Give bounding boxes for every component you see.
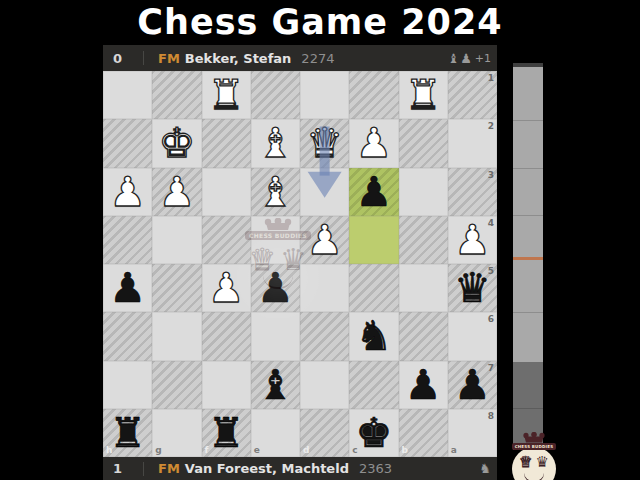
material-top: ♝♟+1 (447, 52, 491, 65)
eval-gridline (513, 168, 543, 169)
file-label-b: b (402, 445, 408, 455)
square-c1[interactable] (349, 71, 398, 119)
square-c7[interactable] (349, 361, 398, 409)
bar-divider (143, 51, 144, 65)
eval-bar-cap (513, 63, 543, 67)
file-label-a: a (451, 445, 457, 455)
square-b5[interactable] (399, 264, 448, 312)
square-d4[interactable]: ♟ (300, 216, 349, 264)
square-h7[interactable] (103, 361, 152, 409)
player-bottom-rating: 2363 (359, 461, 392, 476)
square-d2[interactable]: ♛ (300, 119, 349, 167)
square-c2[interactable]: ♟ (349, 119, 398, 167)
square-e1[interactable] (251, 71, 300, 119)
eval-gridline (513, 408, 543, 409)
square-g7[interactable] (152, 361, 201, 409)
square-d8[interactable]: d (300, 409, 349, 457)
file-label-d: d (303, 445, 309, 455)
logo-text: CHESS BUDDIES (512, 443, 556, 450)
square-a4[interactable]: ♟4 (448, 216, 497, 264)
player-bottom-fide-title: FM (158, 461, 180, 476)
square-a8[interactable]: a8 (448, 409, 497, 457)
square-h4[interactable] (103, 216, 152, 264)
white-bishop[interactable]: ♝ (251, 119, 300, 167)
square-h5[interactable]: ♟ (103, 264, 152, 312)
black-queen-icon: ♛ (536, 453, 549, 471)
eval-bar (513, 63, 543, 450)
rank-label-6: 6 (488, 314, 494, 324)
white-king[interactable]: ♚ (152, 119, 201, 167)
square-d3[interactable] (300, 168, 349, 216)
eval-gridline (513, 312, 543, 313)
square-h3[interactable]: ♟ (103, 168, 152, 216)
captured-bishop-icon: ♝ (447, 52, 459, 65)
white-queen[interactable]: ♛ (300, 119, 349, 167)
square-e8[interactable]: e (251, 409, 300, 457)
square-d7[interactable] (300, 361, 349, 409)
square-b8[interactable]: b (399, 409, 448, 457)
square-h8[interactable]: ♜h (103, 409, 152, 457)
white-pawn[interactable]: ♟ (152, 168, 201, 216)
square-b4[interactable] (399, 216, 448, 264)
square-f8[interactable]: ♜f (202, 409, 251, 457)
chess-board[interactable]: ♜♜1♚♝♛♟2♟♟♝♟3♟♟4♟♟♟♛5♞6♝♟♟7♜hg♜fed♚cba8 (103, 71, 497, 457)
square-f1[interactable]: ♜ (202, 71, 251, 119)
player-bar-bottom: 1 FM Van Foreest, Machteld 2363 ♞ (103, 457, 497, 480)
white-pawn[interactable]: ♟ (448, 216, 497, 264)
player-top-rating: 2274 (301, 51, 334, 66)
white-pawn[interactable]: ♟ (300, 216, 349, 264)
square-b1[interactable]: ♜ (399, 71, 448, 119)
square-a2[interactable]: 2 (448, 119, 497, 167)
square-f5[interactable]: ♟ (202, 264, 251, 312)
material-bottom: ♞ (479, 462, 491, 475)
square-e5[interactable]: ♟ (251, 264, 300, 312)
white-pawn[interactable]: ♟ (349, 119, 398, 167)
logo-queens: ♛ ♛ (512, 453, 556, 471)
player-top-name[interactable]: Bekker, Stefan (185, 51, 292, 66)
square-h6[interactable] (103, 312, 152, 360)
black-pawn[interactable]: ♟ (103, 264, 152, 312)
smile-icon (524, 473, 544, 480)
square-a6[interactable]: 6 (448, 312, 497, 360)
bar-divider (143, 462, 144, 476)
black-knight[interactable]: ♞ (349, 312, 398, 360)
black-pawn[interactable]: ♟ (399, 361, 448, 409)
square-g6[interactable] (152, 312, 201, 360)
rank-label-8: 8 (488, 411, 494, 421)
rank-label-2: 2 (488, 121, 494, 131)
square-b3[interactable] (399, 168, 448, 216)
white-queen-icon: ♛ (519, 453, 532, 471)
player-bottom-score: 1 (113, 461, 129, 476)
eval-marker (513, 257, 543, 260)
square-a3[interactable]: 3 (448, 168, 497, 216)
black-king[interactable]: ♚ (349, 409, 398, 457)
square-e4[interactable] (251, 216, 300, 264)
square-c3[interactable]: ♟ (349, 168, 398, 216)
white-pawn[interactable]: ♟ (202, 264, 251, 312)
square-c8[interactable]: ♚c (349, 409, 398, 457)
square-g1[interactable] (152, 71, 201, 119)
black-pawn[interactable]: ♟ (349, 168, 398, 216)
square-f7[interactable] (202, 361, 251, 409)
white-rook[interactable]: ♜ (202, 71, 251, 119)
captured-pawn-icon: ♟ (460, 52, 472, 65)
square-a5[interactable]: ♛5 (448, 264, 497, 312)
square-e7[interactable]: ♝ (251, 361, 300, 409)
square-g5[interactable] (152, 264, 201, 312)
square-f4[interactable] (202, 216, 251, 264)
square-h1[interactable] (103, 71, 152, 119)
file-label-g: g (155, 445, 161, 455)
square-b6[interactable] (399, 312, 448, 360)
square-a1[interactable]: 1 (448, 71, 497, 119)
captured-knight-icon: ♞ (479, 462, 491, 475)
rank-label-3: 3 (488, 170, 494, 180)
chess-buddies-logo: CHESS BUDDIES ♛ ♛ (508, 430, 560, 480)
rank-label-1: 1 (488, 73, 494, 83)
black-pawn[interactable]: ♟ (251, 264, 300, 312)
square-f6[interactable] (202, 312, 251, 360)
square-b7[interactable]: ♟ (399, 361, 448, 409)
player-top-score: 0 (113, 51, 129, 66)
eval-gridline (513, 120, 543, 121)
player-bottom-name[interactable]: Van Foreest, Machteld (185, 461, 349, 476)
square-g4[interactable] (152, 216, 201, 264)
square-e6[interactable] (251, 312, 300, 360)
black-pawn[interactable]: ♟ (448, 361, 497, 409)
square-f3[interactable] (202, 168, 251, 216)
square-d6[interactable] (300, 312, 349, 360)
logo-badge: ♛ ♛ (512, 447, 556, 480)
square-b2[interactable] (399, 119, 448, 167)
square-f2[interactable] (202, 119, 251, 167)
black-rook[interactable]: ♜ (103, 409, 152, 457)
square-c5[interactable] (349, 264, 398, 312)
eval-gridline (513, 215, 543, 216)
square-g8[interactable]: g (152, 409, 201, 457)
square-g2[interactable]: ♚ (152, 119, 201, 167)
square-d5[interactable] (300, 264, 349, 312)
square-e3[interactable]: ♝ (251, 168, 300, 216)
file-label-e: e (254, 445, 260, 455)
square-e2[interactable]: ♝ (251, 119, 300, 167)
crown-icon (522, 432, 546, 443)
square-d1[interactable] (300, 71, 349, 119)
player-top-fide-title: FM (158, 51, 180, 66)
white-pawn[interactable]: ♟ (103, 168, 152, 216)
white-rook[interactable]: ♜ (399, 71, 448, 119)
square-a7[interactable]: ♟7 (448, 361, 497, 409)
black-queen[interactable]: ♛ (448, 264, 497, 312)
black-bishop[interactable]: ♝ (251, 361, 300, 409)
square-g3[interactable]: ♟ (152, 168, 201, 216)
white-bishop[interactable]: ♝ (251, 168, 300, 216)
black-rook[interactable]: ♜ (202, 409, 251, 457)
square-h2[interactable] (103, 119, 152, 167)
page-title: Chess Game 2024 (0, 0, 640, 44)
stage: Chess Game 2024 0 FM Bekker, Stefan 2274… (0, 0, 640, 480)
square-c6[interactable]: ♞ (349, 312, 398, 360)
square-c4[interactable] (349, 216, 398, 264)
material-advantage: +1 (475, 52, 491, 65)
player-bar-top: 0 FM Bekker, Stefan 2274 ♝♟+1 (103, 45, 497, 71)
